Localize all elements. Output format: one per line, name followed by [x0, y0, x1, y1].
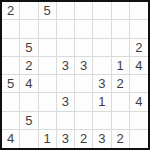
cell-r6c7[interactable]: [130, 112, 148, 130]
cell-r4c4[interactable]: [75, 75, 93, 93]
cell-r1c6[interactable]: [112, 20, 130, 38]
clue-cell-r7c5[interactable]: 3: [93, 130, 111, 148]
cell-r5c4[interactable]: [75, 93, 93, 111]
cell-r5c1[interactable]: [20, 93, 38, 111]
cell-r5c6[interactable]: [112, 93, 130, 111]
cell-r0c5[interactable]: [93, 2, 111, 20]
cell-r6c6[interactable]: [112, 112, 130, 130]
clue-cell-r3c6[interactable]: 1: [112, 57, 130, 75]
cell-r0c3[interactable]: [57, 2, 75, 20]
clue-cell-r4c1[interactable]: 4: [20, 75, 38, 93]
clue-cell-r3c7[interactable]: 4: [130, 57, 148, 75]
clue-cell-r7c0[interactable]: 4: [2, 130, 20, 148]
cell-r6c5[interactable]: [93, 112, 111, 130]
cell-r5c0[interactable]: [2, 93, 20, 111]
cell-r2c2[interactable]: [39, 39, 57, 57]
cell-r2c5[interactable]: [93, 39, 111, 57]
cell-r3c0[interactable]: [2, 57, 20, 75]
cell-r1c2[interactable]: [39, 20, 57, 38]
clue-cell-r7c4[interactable]: 2: [75, 130, 93, 148]
cell-r0c7[interactable]: [130, 2, 148, 20]
cell-r6c0[interactable]: [2, 112, 20, 130]
clue-cell-r0c0[interactable]: 2: [2, 2, 20, 20]
cell-r7c1[interactable]: [20, 130, 38, 148]
cell-r2c4[interactable]: [75, 39, 93, 57]
clue-cell-r2c7[interactable]: 2: [130, 39, 148, 57]
clue-cell-r3c3[interactable]: 3: [57, 57, 75, 75]
clue-cell-r3c1[interactable]: 2: [20, 57, 38, 75]
cell-r0c4[interactable]: [75, 2, 93, 20]
cell-r2c0[interactable]: [2, 39, 20, 57]
cell-r1c7[interactable]: [130, 20, 148, 38]
cell-r1c1[interactable]: [20, 20, 38, 38]
clue-cell-r4c5[interactable]: 3: [93, 75, 111, 93]
cell-r1c5[interactable]: [93, 20, 111, 38]
cell-r6c2[interactable]: [39, 112, 57, 130]
cell-r0c6[interactable]: [112, 2, 130, 20]
cell-r1c3[interactable]: [57, 20, 75, 38]
cell-r3c2[interactable]: [39, 57, 57, 75]
cell-r4c3[interactable]: [57, 75, 75, 93]
puzzle-board: 25522331454323145413232: [0, 0, 150, 150]
cell-r0c1[interactable]: [20, 2, 38, 20]
clue-cell-r5c3[interactable]: 3: [57, 93, 75, 111]
cell-r2c3[interactable]: [57, 39, 75, 57]
clue-cell-r7c2[interactable]: 1: [39, 130, 57, 148]
cell-r4c2[interactable]: [39, 75, 57, 93]
cell-r2c6[interactable]: [112, 39, 130, 57]
cell-r1c4[interactable]: [75, 20, 93, 38]
cell-r1c0[interactable]: [2, 20, 20, 38]
clue-cell-r0c2[interactable]: 5: [39, 2, 57, 20]
clue-cell-r6c1[interactable]: 5: [20, 112, 38, 130]
cell-r6c4[interactable]: [75, 112, 93, 130]
clue-cell-r5c5[interactable]: 1: [93, 93, 111, 111]
clue-cell-r3c4[interactable]: 3: [75, 57, 93, 75]
clue-cell-r2c1[interactable]: 5: [20, 39, 38, 57]
cell-r7c7[interactable]: [130, 130, 148, 148]
cell-r5c2[interactable]: [39, 93, 57, 111]
clue-cell-r4c6[interactable]: 2: [112, 75, 130, 93]
clue-cell-r7c3[interactable]: 3: [57, 130, 75, 148]
clue-cell-r7c6[interactable]: 2: [112, 130, 130, 148]
cell-r3c5[interactable]: [93, 57, 111, 75]
cell-r4c7[interactable]: [130, 75, 148, 93]
clue-cell-r5c7[interactable]: 4: [130, 93, 148, 111]
clue-cell-r4c0[interactable]: 5: [2, 75, 20, 93]
cell-r6c3[interactable]: [57, 112, 75, 130]
